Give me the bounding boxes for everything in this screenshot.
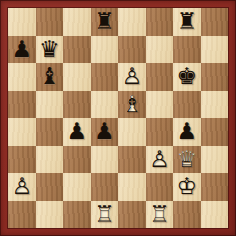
piece-white-king[interactable]: ♚♔: [173, 173, 201, 201]
square-e2[interactable]: [118, 173, 146, 201]
piece-white-pawn[interactable]: ♟♙: [146, 146, 174, 174]
square-g7[interactable]: [173, 36, 201, 64]
square-a4[interactable]: [8, 118, 36, 146]
piece-black-bishop[interactable]: ♝: [36, 63, 64, 91]
square-g8[interactable]: ♜: [173, 8, 201, 36]
square-h6[interactable]: [201, 63, 229, 91]
square-g5[interactable]: [173, 91, 201, 119]
square-c4[interactable]: ♟: [63, 118, 91, 146]
chess-board-frame: ♜♜♟♛♝♟♙♚♝♗♟♟♟♟♙♛♕♟♙♚♔♜♖♜♖: [0, 0, 236, 236]
piece-body: ♟: [91, 118, 119, 146]
piece-white-rook[interactable]: ♜♖: [146, 201, 174, 229]
piece-black-rook[interactable]: ♜: [173, 8, 201, 36]
square-h8[interactable]: [201, 8, 229, 36]
piece-outline: ♗: [118, 91, 146, 119]
piece-white-pawn[interactable]: ♟♙: [118, 63, 146, 91]
square-b4[interactable]: [36, 118, 64, 146]
square-e8[interactable]: [118, 8, 146, 36]
square-d5[interactable]: [91, 91, 119, 119]
square-f8[interactable]: [146, 8, 174, 36]
square-d3[interactable]: [91, 146, 119, 174]
piece-white-pawn[interactable]: ♟♙: [8, 173, 36, 201]
square-e6[interactable]: ♟♙: [118, 63, 146, 91]
square-b3[interactable]: [36, 146, 64, 174]
piece-black-pawn[interactable]: ♟: [91, 118, 119, 146]
piece-body: ♝: [36, 63, 64, 91]
piece-fill: ♚: [173, 173, 201, 201]
square-f4[interactable]: [146, 118, 174, 146]
square-a5[interactable]: [8, 91, 36, 119]
square-h5[interactable]: [201, 91, 229, 119]
square-d1[interactable]: ♜♖: [91, 201, 119, 229]
square-e7[interactable]: [118, 36, 146, 64]
piece-fill: ♝: [118, 91, 146, 119]
piece-fill: ♜: [91, 201, 119, 229]
square-c2[interactable]: [63, 173, 91, 201]
square-g6[interactable]: ♚: [173, 63, 201, 91]
square-b8[interactable]: [36, 8, 64, 36]
square-f2[interactable]: [146, 173, 174, 201]
piece-outline: ♙: [146, 146, 174, 174]
square-b6[interactable]: ♝: [36, 63, 64, 91]
piece-fill: ♟: [146, 146, 174, 174]
square-a6[interactable]: [8, 63, 36, 91]
piece-outline: ♕: [173, 146, 201, 174]
piece-fill: ♟: [8, 173, 36, 201]
square-c5[interactable]: [63, 91, 91, 119]
square-h1[interactable]: [201, 201, 229, 229]
piece-body: ♜: [91, 8, 119, 36]
piece-body: ♟: [173, 118, 201, 146]
square-f1[interactable]: ♜♖: [146, 201, 174, 229]
piece-fill: ♟: [118, 63, 146, 91]
piece-fill: ♛: [173, 146, 201, 174]
square-d7[interactable]: [91, 36, 119, 64]
piece-black-queen[interactable]: ♛: [36, 36, 64, 64]
piece-body: ♟: [8, 36, 36, 64]
square-b2[interactable]: [36, 173, 64, 201]
square-d4[interactable]: ♟: [91, 118, 119, 146]
square-g1[interactable]: [173, 201, 201, 229]
square-h3[interactable]: [201, 146, 229, 174]
square-g3[interactable]: ♛♕: [173, 146, 201, 174]
square-b5[interactable]: [36, 91, 64, 119]
piece-white-queen[interactable]: ♛♕: [173, 146, 201, 174]
square-g2[interactable]: ♚♔: [173, 173, 201, 201]
square-b7[interactable]: ♛: [36, 36, 64, 64]
square-c1[interactable]: [63, 201, 91, 229]
square-e3[interactable]: [118, 146, 146, 174]
piece-black-pawn[interactable]: ♟: [8, 36, 36, 64]
piece-outline: ♖: [146, 201, 174, 229]
square-a7[interactable]: ♟: [8, 36, 36, 64]
square-d2[interactable]: [91, 173, 119, 201]
square-c8[interactable]: [63, 8, 91, 36]
square-c7[interactable]: [63, 36, 91, 64]
square-a3[interactable]: [8, 146, 36, 174]
square-a2[interactable]: ♟♙: [8, 173, 36, 201]
piece-outline: ♙: [8, 173, 36, 201]
piece-body: ♜: [173, 8, 201, 36]
piece-black-rook[interactable]: ♜: [91, 8, 119, 36]
piece-fill: ♜: [146, 201, 174, 229]
square-h2[interactable]: [201, 173, 229, 201]
piece-white-bishop[interactable]: ♝♗: [118, 91, 146, 119]
piece-body: ♟: [63, 118, 91, 146]
square-e1[interactable]: [118, 201, 146, 229]
piece-outline: ♖: [91, 201, 119, 229]
square-h4[interactable]: [201, 118, 229, 146]
piece-outline: ♙: [118, 63, 146, 91]
piece-body: ♚: [173, 63, 201, 91]
piece-black-king[interactable]: ♚: [173, 63, 201, 91]
square-f5[interactable]: [146, 91, 174, 119]
square-a8[interactable]: [8, 8, 36, 36]
square-f3[interactable]: ♟♙: [146, 146, 174, 174]
square-e5[interactable]: ♝♗: [118, 91, 146, 119]
piece-outline: ♔: [173, 173, 201, 201]
square-f7[interactable]: [146, 36, 174, 64]
square-d6[interactable]: [91, 63, 119, 91]
square-d8[interactable]: ♜: [91, 8, 119, 36]
square-c3[interactable]: [63, 146, 91, 174]
square-c6[interactable]: [63, 63, 91, 91]
chess-board: ♜♜♟♛♝♟♙♚♝♗♟♟♟♟♙♛♕♟♙♚♔♜♖♜♖: [8, 8, 228, 228]
square-e4[interactable]: [118, 118, 146, 146]
piece-white-rook[interactable]: ♜♖: [91, 201, 119, 229]
square-f6[interactable]: [146, 63, 174, 91]
piece-body: ♛: [36, 36, 64, 64]
square-a1[interactable]: [8, 201, 36, 229]
square-g4[interactable]: ♟: [173, 118, 201, 146]
piece-black-pawn[interactable]: ♟: [63, 118, 91, 146]
square-h7[interactable]: [201, 36, 229, 64]
square-b1[interactable]: [36, 201, 64, 229]
piece-black-pawn[interactable]: ♟: [173, 118, 201, 146]
